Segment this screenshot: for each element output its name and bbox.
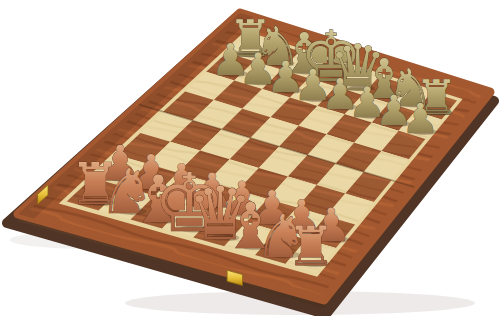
chessboard: ♜♞♝♚♛♝♞♜♟♟♟♟♟♟♟♟♟♟♟♟♟♟♟♟♜♞♝♚♛♝♞♜ [0,0,500,316]
piece-white-rook-h1: ♜ [287,214,336,278]
piece-black-pawn-h7: ♟ [402,94,439,143]
chess-set-photo: Overhead-angle product photo of a foldin… [0,0,500,316]
